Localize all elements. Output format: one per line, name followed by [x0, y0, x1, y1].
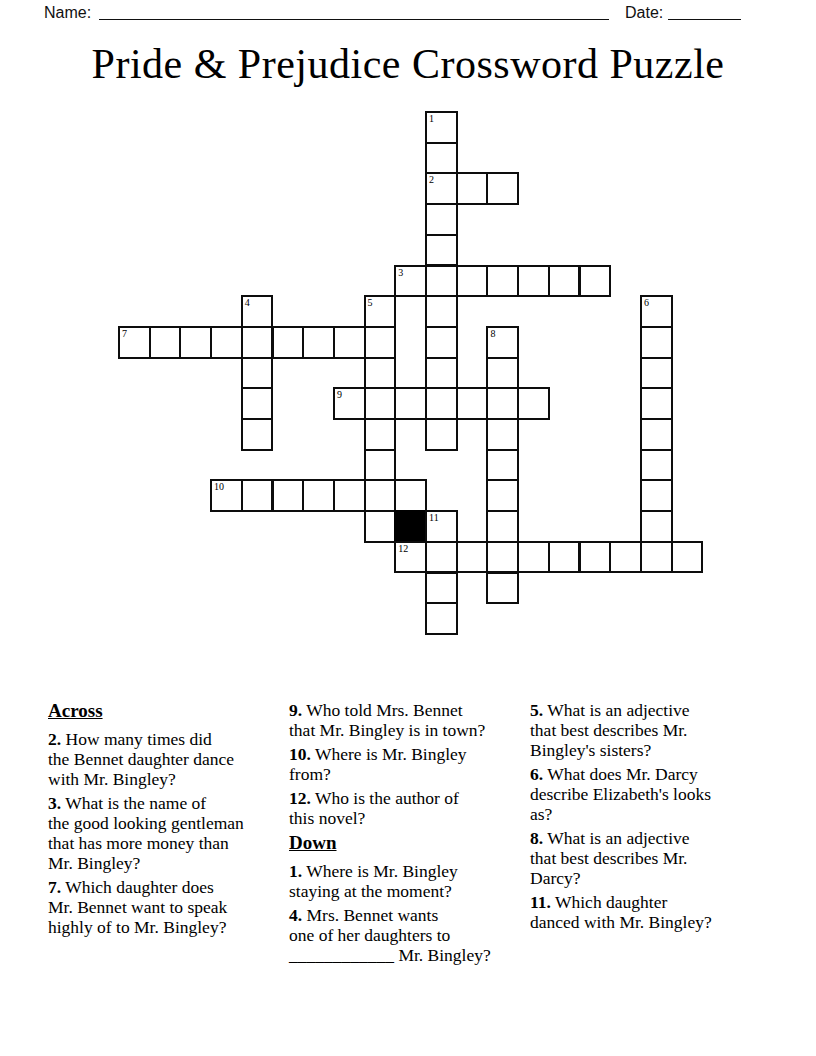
clue-line: 10. Where is Mr. Bingley: [289, 744, 527, 764]
cell-number: 1: [429, 113, 434, 125]
grid-cell[interactable]: [486, 449, 519, 482]
grid-cell[interactable]: 9: [333, 387, 366, 420]
grid-cell[interactable]: [364, 479, 397, 512]
clue-3: 3. What is the name ofthe good looking g…: [48, 793, 286, 873]
clue-number: 10.: [289, 744, 311, 764]
clues-column-middle: 9. Who told Mrs. Bennetthat Mr. Bingley …: [289, 700, 527, 969]
cell-number: 2: [429, 174, 434, 186]
clue-number: 5.: [530, 700, 543, 720]
crossword-grid: 123456789101112: [118, 111, 704, 636]
grid-cell[interactable]: [548, 541, 581, 574]
grid-cell[interactable]: [272, 479, 305, 512]
grid-cell[interactable]: [425, 326, 458, 359]
grid-cell[interactable]: [302, 326, 335, 359]
clue-line: 3. What is the name of: [48, 793, 286, 813]
grid-cell[interactable]: [333, 479, 366, 512]
clue-line: ____________ Mr. Bingley?: [289, 945, 527, 965]
grid-cell[interactable]: [241, 479, 274, 512]
grid-cell[interactable]: [364, 449, 397, 482]
grid-cell[interactable]: [149, 326, 182, 359]
clue-line: 7. Which daughter does: [48, 877, 286, 897]
grid-cell[interactable]: [394, 479, 427, 512]
grid-cell[interactable]: [640, 510, 673, 543]
clue-line: one of her daughters to: [289, 925, 527, 945]
grid-cell[interactable]: 8: [486, 326, 519, 359]
grid-cell[interactable]: [364, 418, 397, 451]
grid-cell[interactable]: [425, 357, 458, 390]
clue-line: 9. Who told Mrs. Bennet: [289, 700, 527, 720]
grid-cell[interactable]: [425, 203, 458, 236]
clue-number: 8.: [530, 828, 543, 848]
clue-line: with Mr. Bingley?: [48, 769, 286, 789]
clue-line: from?: [289, 764, 527, 784]
clue-line: describe Elizabeth's looks: [530, 784, 774, 804]
grid-cell[interactable]: [640, 449, 673, 482]
grid-cell[interactable]: 12: [394, 541, 427, 574]
grid-cell[interactable]: 4: [241, 295, 274, 328]
grid-cell[interactable]: [517, 387, 550, 420]
grid-cell[interactable]: [486, 357, 519, 390]
clue-line: 6. What does Mr. Darcy: [530, 764, 774, 784]
clue-line: that Mr. Bingley is in town?: [289, 720, 527, 740]
clue-number: 7.: [48, 877, 61, 897]
grid-cell[interactable]: 7: [118, 326, 151, 359]
clue-line: 8. What is an adjective: [530, 828, 774, 848]
clue-1: 1. Where is Mr. Bingleystaying at the mo…: [289, 861, 527, 901]
clue-number: 3.: [48, 793, 61, 813]
grid-cell[interactable]: [425, 234, 458, 267]
clue-number: 11.: [530, 892, 551, 912]
name-label: Name:: [44, 4, 91, 22]
grid-cell[interactable]: [517, 541, 550, 574]
grid-cell[interactable]: 3: [394, 265, 427, 298]
grid-cell[interactable]: [210, 326, 243, 359]
clue-number: 12.: [289, 788, 311, 808]
grid-cell[interactable]: [364, 510, 397, 543]
cell-number: 8: [490, 328, 495, 340]
cell-number: 5: [368, 297, 373, 309]
cell-number: 7: [122, 328, 127, 340]
grid-cell[interactable]: [640, 541, 673, 574]
clue-9: 9. Who told Mrs. Bennetthat Mr. Bingley …: [289, 700, 527, 740]
clue-number: 6.: [530, 764, 543, 784]
clues-column-right: 5. What is an adjectivethat best describ…: [530, 700, 774, 936]
grid-cell[interactable]: [486, 172, 519, 205]
page-title: Pride & Prejudice Crossword Puzzle: [0, 40, 816, 88]
clue-line: danced with Mr. Bingley?: [530, 912, 774, 932]
grid-cell[interactable]: [486, 387, 519, 420]
name-fill-line[interactable]: [99, 1, 609, 20]
clues-heading-across: Across: [48, 700, 286, 722]
grid-cell[interactable]: [364, 387, 397, 420]
date-fill-line[interactable]: [668, 1, 741, 20]
clue-number: 9.: [289, 700, 302, 720]
grid-cell[interactable]: [640, 326, 673, 359]
grid-cell[interactable]: 2: [425, 172, 458, 205]
clue-line: this novel?: [289, 808, 527, 828]
grid-cell[interactable]: [333, 326, 366, 359]
clue-4: 4. Mrs. Bennet wantsone of her daughters…: [289, 905, 527, 965]
clue-line: Darcy?: [530, 868, 774, 888]
clue-line: 12. Who is the author of: [289, 788, 527, 808]
clue-2: 2. How many times didthe Bennet daughter…: [48, 729, 286, 789]
grid-cell[interactable]: 5: [364, 295, 397, 328]
clue-10: 10. Where is Mr. Bingleyfrom?: [289, 744, 527, 784]
clue-8: 8. What is an adjectivethat best describ…: [530, 828, 774, 888]
clue-line: the Bennet daughter dance: [48, 749, 286, 769]
grid-cell[interactable]: [579, 265, 612, 298]
clue-line: the good looking gentleman: [48, 813, 286, 833]
clue-7: 7. Which daughter doesMr. Bennet want to…: [48, 877, 286, 937]
clues-column-left: Across2. How many times didthe Bennet da…: [48, 700, 286, 941]
grid-cell[interactable]: [486, 418, 519, 451]
clue-number: 1.: [289, 861, 302, 881]
clue-line: 1. Where is Mr. Bingley: [289, 861, 527, 881]
grid-cell[interactable]: [671, 541, 704, 574]
clue-line: that has more money than: [48, 833, 286, 853]
grid-cell[interactable]: [425, 295, 458, 328]
cell-number: 12: [398, 543, 408, 555]
clue-line: that best describes Mr.: [530, 848, 774, 868]
cell-number: 10: [214, 481, 224, 493]
grid-cell[interactable]: [486, 510, 519, 543]
clue-line: 5. What is an adjective: [530, 700, 774, 720]
clue-line: as?: [530, 804, 774, 824]
grid-cell[interactable]: [517, 265, 550, 298]
grid-cell[interactable]: [241, 326, 274, 359]
grid-cell[interactable]: [456, 387, 489, 420]
grid-cell[interactable]: [364, 326, 397, 359]
cell-number: 3: [398, 267, 403, 279]
grid-cell[interactable]: [486, 572, 519, 605]
grid-cell[interactable]: 1: [425, 111, 458, 144]
clue-line: Mr. Bennet want to speak: [48, 897, 286, 917]
clue-line: 11. Which daughter: [530, 892, 774, 912]
grid-cell[interactable]: 6: [640, 295, 673, 328]
black-cell: [394, 510, 427, 543]
grid-cell[interactable]: [394, 387, 427, 420]
grid-cell[interactable]: 11: [425, 510, 458, 543]
cell-number: 11: [429, 512, 439, 524]
clues-heading-down: Down: [289, 832, 527, 854]
grid-cell[interactable]: [548, 265, 581, 298]
grid-cell[interactable]: [456, 265, 489, 298]
clue-line: Mr. Bingley?: [48, 853, 286, 873]
worksheet-page: Name: Date: Pride & Prejudice Crossword …: [0, 0, 816, 1056]
grid-cell[interactable]: [241, 387, 274, 420]
cell-number: 6: [644, 297, 649, 309]
grid-cell[interactable]: [486, 541, 519, 574]
clue-11: 11. Which daughterdanced with Mr. Bingle…: [530, 892, 774, 932]
grid-cell[interactable]: [302, 479, 335, 512]
grid-cell[interactable]: [425, 142, 458, 175]
grid-cell[interactable]: [425, 265, 458, 298]
clue-number: 2.: [48, 729, 61, 749]
clue-6: 6. What does Mr. Darcydescribe Elizabeth…: [530, 764, 774, 824]
grid-cell[interactable]: [486, 479, 519, 512]
grid-cell[interactable]: [609, 541, 642, 574]
grid-cell[interactable]: [640, 418, 673, 451]
clue-line: 4. Mrs. Bennet wants: [289, 905, 527, 925]
grid-cell[interactable]: [364, 357, 397, 390]
grid-cell[interactable]: [241, 357, 274, 390]
clue-number: 4.: [289, 905, 302, 925]
grid-cell[interactable]: [640, 357, 673, 390]
grid-cell[interactable]: [179, 326, 212, 359]
date-label: Date:: [625, 4, 663, 22]
clue-line: 2. How many times did: [48, 729, 286, 749]
grid-cell[interactable]: [272, 326, 305, 359]
grid-cell[interactable]: [486, 265, 519, 298]
grid-cell[interactable]: [425, 602, 458, 635]
clue-5: 5. What is an adjectivethat best describ…: [530, 700, 774, 760]
clue-line: that best describes Mr.: [530, 720, 774, 740]
grid-cell[interactable]: [425, 418, 458, 451]
grid-cell[interactable]: [425, 387, 458, 420]
grid-cell[interactable]: [241, 418, 274, 451]
cell-number: 9: [337, 389, 342, 401]
grid-cell[interactable]: [425, 572, 458, 605]
clue-12: 12. Who is the author ofthis novel?: [289, 788, 527, 828]
grid-cell[interactable]: [640, 479, 673, 512]
grid-cell[interactable]: [456, 172, 489, 205]
clue-line: staying at the moment?: [289, 881, 527, 901]
grid-cell[interactable]: [425, 541, 458, 574]
grid-cell[interactable]: [456, 541, 489, 574]
clue-line: highly of to Mr. Bingley?: [48, 917, 286, 937]
grid-cell[interactable]: 10: [210, 479, 243, 512]
grid-cell[interactable]: [579, 541, 612, 574]
grid-cell[interactable]: [640, 387, 673, 420]
cell-number: 4: [245, 297, 250, 309]
clue-line: Bingley's sisters?: [530, 740, 774, 760]
